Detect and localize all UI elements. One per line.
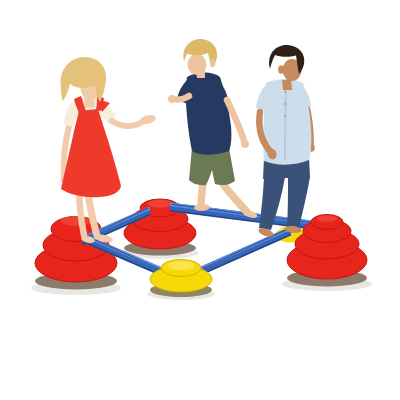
mboy-front-hand xyxy=(168,95,176,103)
girl-extended-arm xyxy=(112,121,142,126)
child-boy-middle xyxy=(168,39,258,220)
mboy-face xyxy=(188,54,207,75)
product-photo-canvas xyxy=(0,0,400,400)
mboy-tshirt xyxy=(177,73,231,155)
mboy-front-arm xyxy=(174,96,189,100)
front-yellow-stepping-dome xyxy=(150,260,212,298)
rboy-shirt xyxy=(256,79,311,164)
rboy-ear xyxy=(278,65,284,73)
mboy-back-hand xyxy=(241,140,249,148)
beam-right-front xyxy=(201,227,291,276)
mboy-ear xyxy=(210,59,216,67)
balance-course-scene xyxy=(0,0,400,400)
child-boy-right xyxy=(256,45,315,239)
